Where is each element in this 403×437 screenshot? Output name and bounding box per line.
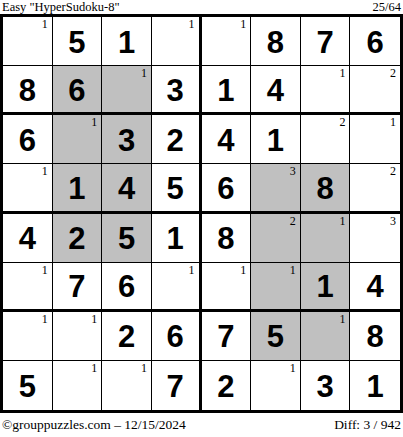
cell-value: 5 xyxy=(68,25,85,58)
pencil-mark: 1 xyxy=(91,362,97,374)
difficulty-text: Diff: 3 / 942 xyxy=(334,417,401,433)
cell-value: 2 xyxy=(167,123,184,156)
cell-r7c3: 2 xyxy=(102,312,152,361)
pencil-mark: 1 xyxy=(339,313,345,325)
cell-r4c2: 1 xyxy=(53,164,103,213)
cell-r1c6: 8 xyxy=(251,17,301,66)
cell-r1c8: 6 xyxy=(350,17,400,66)
cell-r1c2: 5 xyxy=(53,17,103,66)
cell-r2c5: 1 xyxy=(202,66,252,115)
cell-r2c8: 2 xyxy=(350,66,400,115)
cell-value: 6 xyxy=(19,123,36,156)
cell-value: 8 xyxy=(316,171,333,204)
cell-value: 7 xyxy=(68,269,85,302)
cell-value: 1 xyxy=(217,73,234,106)
cell-value: 7 xyxy=(217,319,234,352)
cell-r6c6: 1 xyxy=(251,263,301,312)
puzzle-page: Easy "HyperSudoku-8" 25/64 1511187686131… xyxy=(0,0,403,437)
cell-r3c7: 2 xyxy=(301,115,351,164)
cell-value: 6 xyxy=(367,25,384,58)
cell-value: 1 xyxy=(68,171,85,204)
sudoku-board: 1511187686131412613241211145638242518213… xyxy=(0,14,403,413)
cell-r6c1: 1 xyxy=(3,263,53,312)
cell-r2c7: 1 xyxy=(301,66,351,115)
cell-value: 4 xyxy=(19,221,36,254)
pencil-mark: 1 xyxy=(141,67,147,79)
cell-r7c1: 1 xyxy=(3,312,53,361)
cell-value: 5 xyxy=(167,171,184,204)
cell-r2c4: 3 xyxy=(152,66,202,115)
cell-r6c5: 1 xyxy=(202,263,252,312)
cell-value: 3 xyxy=(167,73,184,106)
pencil-mark: 1 xyxy=(42,313,48,325)
pencil-mark: 1 xyxy=(290,362,296,374)
cell-r8c1: 5 xyxy=(3,361,53,410)
pencil-mark: 1 xyxy=(42,165,48,177)
cell-r4c7: 8 xyxy=(301,164,351,213)
cell-r8c2: 1 xyxy=(53,361,103,410)
cell-value: 6 xyxy=(167,319,184,352)
pencil-mark: 2 xyxy=(290,215,296,227)
cell-r1c3: 1 xyxy=(102,17,152,66)
cell-value: 7 xyxy=(316,25,333,58)
cell-value: 5 xyxy=(19,369,36,402)
pencil-mark: 3 xyxy=(390,215,396,227)
cell-value: 8 xyxy=(267,25,284,58)
header: Easy "HyperSudoku-8" 25/64 xyxy=(0,0,403,14)
cell-r5c1: 4 xyxy=(3,214,53,263)
cell-r7c8: 8 xyxy=(350,312,400,361)
cell-r6c4: 1 xyxy=(152,263,202,312)
cell-value: 1 xyxy=(118,25,135,58)
footer: ©grouppuzzles.com – 12/15/2024 Diff: 3 /… xyxy=(0,413,403,437)
cell-r5c2: 2 xyxy=(53,214,103,263)
cell-value: 2 xyxy=(118,319,135,352)
cell-value: 3 xyxy=(118,123,135,156)
cell-r3c4: 2 xyxy=(152,115,202,164)
cell-value: 2 xyxy=(68,221,85,254)
pencil-mark: 1 xyxy=(91,116,97,128)
cell-r5c8: 3 xyxy=(350,214,400,263)
cell-r3c6: 1 xyxy=(251,115,301,164)
cell-value: 6 xyxy=(118,269,135,302)
cell-r4c5: 6 xyxy=(202,164,252,213)
cell-value: 4 xyxy=(118,171,135,204)
cell-r7c2: 1 xyxy=(53,312,103,361)
cell-value: 5 xyxy=(118,221,135,254)
cell-r4c1: 1 xyxy=(3,164,53,213)
cell-r4c4: 5 xyxy=(152,164,202,213)
cell-r2c1: 8 xyxy=(3,66,53,115)
cell-r5c7: 1 xyxy=(301,214,351,263)
cell-value: 3 xyxy=(316,369,333,402)
cell-r2c6: 4 xyxy=(251,66,301,115)
cell-r3c1: 6 xyxy=(3,115,53,164)
cell-r8c6: 1 xyxy=(251,361,301,410)
cell-r1c7: 7 xyxy=(301,17,351,66)
cell-value: 8 xyxy=(19,73,36,106)
cell-value: 1 xyxy=(316,269,333,302)
cell-r5c5: 8 xyxy=(202,214,252,263)
pencil-mark: 1 xyxy=(290,264,296,276)
cell-r5c3: 5 xyxy=(102,214,152,263)
cell-r7c6: 5 xyxy=(251,312,301,361)
pencil-mark: 1 xyxy=(339,215,345,227)
cell-r2c3: 1 xyxy=(102,66,152,115)
cell-r6c3: 6 xyxy=(102,263,152,312)
cell-value: 2 xyxy=(217,369,234,402)
pencil-mark: 1 xyxy=(339,67,345,79)
pencil-mark: 1 xyxy=(189,18,195,30)
cell-value: 5 xyxy=(267,319,284,352)
cell-r1c1: 1 xyxy=(3,17,53,66)
cell-r5c4: 1 xyxy=(152,214,202,263)
pencil-mark: 1 xyxy=(141,362,147,374)
cell-r6c7: 1 xyxy=(301,263,351,312)
cell-r8c7: 3 xyxy=(301,361,351,410)
cell-value: 8 xyxy=(217,221,234,254)
pencil-mark: 1 xyxy=(91,313,97,325)
cell-r1c4: 1 xyxy=(152,17,202,66)
pencil-mark: 2 xyxy=(339,116,345,128)
cell-value: 7 xyxy=(167,369,184,402)
pencil-mark: 2 xyxy=(390,165,396,177)
cell-r7c4: 6 xyxy=(152,312,202,361)
cell-value: 6 xyxy=(217,171,234,204)
pencil-mark: 1 xyxy=(189,264,195,276)
cell-value: 4 xyxy=(217,123,234,156)
pencil-mark: 2 xyxy=(390,67,396,79)
cell-r7c5: 7 xyxy=(202,312,252,361)
cell-r3c3: 3 xyxy=(102,115,152,164)
pencil-mark: 1 xyxy=(42,18,48,30)
cell-r8c3: 1 xyxy=(102,361,152,410)
pencil-mark: 1 xyxy=(240,18,246,30)
cell-r8c4: 7 xyxy=(152,361,202,410)
cell-r4c6: 3 xyxy=(251,164,301,213)
cell-value: 1 xyxy=(167,221,184,254)
cell-r8c8: 1 xyxy=(350,361,400,410)
cell-value: 1 xyxy=(267,123,284,156)
cell-r6c2: 7 xyxy=(53,263,103,312)
cell-r1c5: 1 xyxy=(202,17,252,66)
cell-r7c7: 1 xyxy=(301,312,351,361)
pencil-mark: 1 xyxy=(390,116,396,128)
puzzle-counter: 25/64 xyxy=(373,1,401,14)
cell-r3c8: 1 xyxy=(350,115,400,164)
pencil-mark: 1 xyxy=(240,264,246,276)
cell-r4c3: 4 xyxy=(102,164,152,213)
cell-value: 1 xyxy=(367,369,384,402)
cell-r8c5: 2 xyxy=(202,361,252,410)
cell-r5c6: 2 xyxy=(251,214,301,263)
cell-value: 4 xyxy=(367,269,384,302)
copyright-text: ©grouppuzzles.com – 12/15/2024 xyxy=(2,417,186,433)
pencil-mark: 1 xyxy=(42,264,48,276)
cell-value: 4 xyxy=(267,73,284,106)
cell-r3c2: 1 xyxy=(53,115,103,164)
page-title: Easy "HyperSudoku-8" xyxy=(2,1,119,14)
cell-r4c8: 2 xyxy=(350,164,400,213)
pencil-mark: 3 xyxy=(290,165,296,177)
cell-value: 8 xyxy=(367,319,384,352)
cell-value: 6 xyxy=(68,73,85,106)
cell-r2c2: 6 xyxy=(53,66,103,115)
cell-r6c8: 4 xyxy=(350,263,400,312)
cell-r3c5: 4 xyxy=(202,115,252,164)
